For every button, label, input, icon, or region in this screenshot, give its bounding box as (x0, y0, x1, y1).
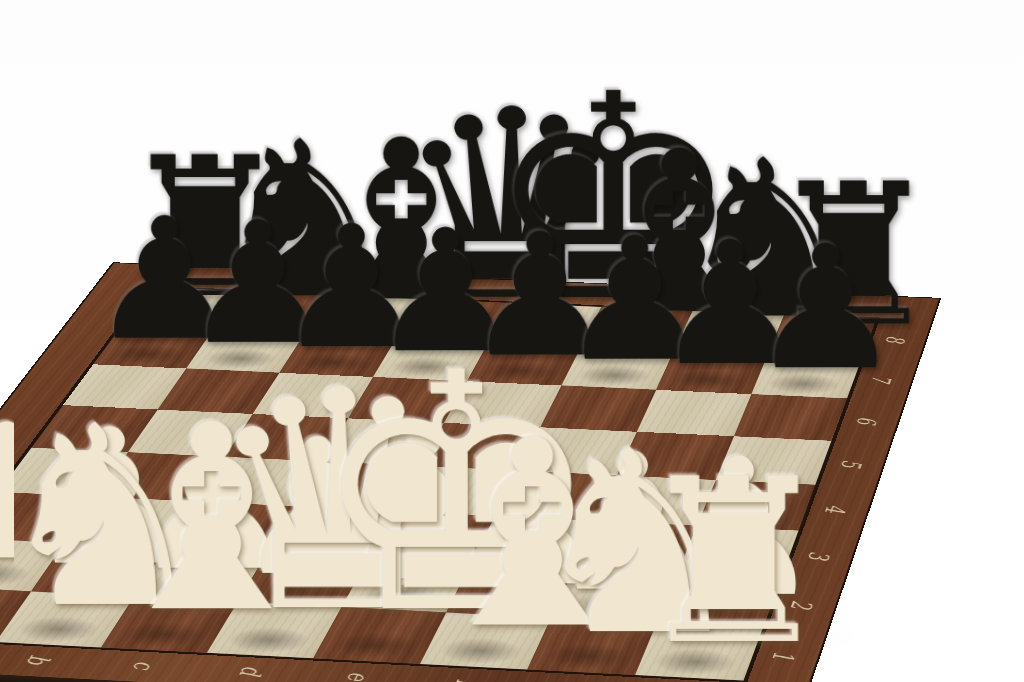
white-rook-h1[interactable]: ♜ (632, 449, 742, 676)
square-h7[interactable]: ♟ (751, 354, 861, 399)
white-knight-g1[interactable]: ♞ (524, 418, 634, 671)
photo-scene: ♜♞♝♛♚♝♞♜♟♟♟♟♟♟♟♟♟♟♟♟♟♟♟♟♜♞♝♛♚♝♞♜ abcdefg… (0, 0, 1024, 682)
black-pawn-a7[interactable]: ♟ (89, 196, 185, 364)
black-pawn-g7[interactable]: ♟ (654, 220, 751, 390)
white-bishop-f1[interactable]: ♝ (416, 406, 526, 665)
square-h1[interactable]: ♜ (635, 623, 762, 681)
chess-board: ♜♞♝♛♚♝♞♜♟♟♟♟♟♟♟♟♟♟♟♟♟♟♟♟♜♞♝♛♚♝♞♜ abcdefg… (0, 263, 939, 682)
white-queen-d1[interactable]: ♛ (203, 351, 312, 654)
board-grid: ♜♞♝♛♚♝♞♜♟♟♟♟♟♟♟♟♟♟♟♟♟♟♟♟♜♞♝♛♚♝♞♜ (0, 286, 880, 682)
white-king-e1[interactable]: ♚ (309, 331, 418, 659)
white-knight-b1[interactable]: ♞ (0, 393, 99, 643)
black-pawn-h7[interactable]: ♟ (749, 224, 846, 395)
white-bishop-c1[interactable]: ♝ (96, 392, 205, 649)
